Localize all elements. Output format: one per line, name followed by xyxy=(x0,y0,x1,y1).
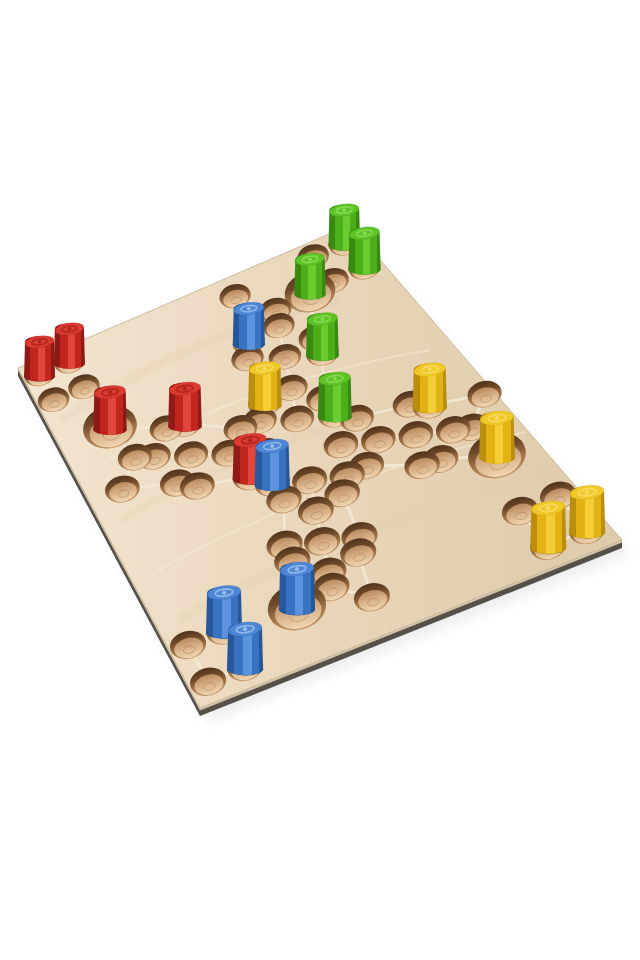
peg-yellow-4[interactable] xyxy=(248,360,281,411)
peg-blue-2[interactable] xyxy=(227,620,263,675)
peg-green-4[interactable] xyxy=(306,311,339,361)
peg-yellow-2[interactable] xyxy=(569,483,605,538)
peg-green-5[interactable] xyxy=(318,370,352,422)
peg-blue-5[interactable] xyxy=(255,437,290,491)
peg-red-3[interactable] xyxy=(93,384,126,435)
ludo-board-photo xyxy=(0,0,640,960)
ludo-board xyxy=(0,0,640,960)
peg-red-1[interactable] xyxy=(24,334,55,381)
peg-red-4[interactable] xyxy=(168,380,202,431)
peg-green-2[interactable] xyxy=(348,225,380,275)
peg-yellow-5[interactable] xyxy=(413,361,447,413)
peg-red-2[interactable] xyxy=(54,321,85,369)
peg-green-3[interactable] xyxy=(294,251,325,299)
peg-blue-3[interactable] xyxy=(279,560,315,615)
peg-yellow-1[interactable] xyxy=(530,499,566,554)
peg-yellow-3[interactable] xyxy=(479,409,515,464)
peg-blue-4[interactable] xyxy=(233,300,265,349)
